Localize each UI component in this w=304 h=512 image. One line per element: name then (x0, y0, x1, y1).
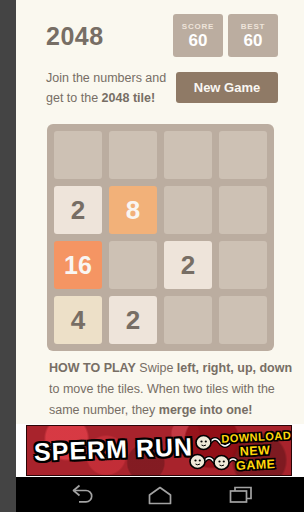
empty-cell (219, 186, 267, 234)
game-screen: 2048 SCORE 60 BEST 60 Join the numbers a… (16, 0, 304, 424)
back-icon (67, 484, 94, 505)
app-root: 2048 SCORE 60 BEST 60 Join the numbers a… (16, 0, 304, 512)
empty-cell (219, 241, 267, 289)
score-label: SCORE (182, 22, 214, 31)
tile-2: 2 (164, 241, 212, 289)
tile-8: 8 (109, 186, 157, 234)
empty-cell (219, 296, 267, 344)
empty-cell (109, 241, 157, 289)
empty-cell (164, 186, 212, 234)
score-value: 60 (189, 32, 208, 49)
score-box: SCORE 60 (173, 14, 223, 57)
board-grid[interactable]: 2816242 (47, 124, 274, 351)
scoreboard: SCORE 60 BEST 60 (173, 14, 278, 57)
ad-row: SPERM RUN (16, 424, 304, 477)
tile-16: 16 (54, 241, 102, 289)
ad-title: SPERM RUN (34, 432, 194, 467)
ad-download-cta[interactable]: DOWNLOAD NEW GAME (221, 428, 289, 473)
how-to-play-text: HOW TO PLAY Swipe left, right, up, down … (49, 358, 292, 421)
ad-banner[interactable]: SPERM RUN (26, 425, 292, 476)
new-game-button[interactable]: New Game (176, 72, 278, 103)
recents-button[interactable] (200, 477, 280, 512)
best-box: BEST 60 (228, 14, 278, 57)
empty-cell (109, 131, 157, 179)
home-button[interactable] (120, 477, 200, 512)
empty-cell (54, 131, 102, 179)
home-icon (146, 484, 174, 505)
android-nav-bar (16, 477, 304, 512)
empty-cell (219, 131, 267, 179)
best-value: 60 (244, 32, 263, 49)
empty-cell (164, 296, 212, 344)
empty-cell (164, 131, 212, 179)
recents-icon (227, 484, 254, 505)
page-title: 2048 (46, 22, 104, 51)
intro-text: Join the numbers and get to the 2048 til… (46, 68, 166, 108)
tile-2: 2 (109, 296, 157, 344)
tile-4: 4 (54, 296, 102, 344)
tile-2: 2 (54, 186, 102, 234)
best-label: BEST (241, 22, 266, 31)
back-button[interactable] (40, 477, 120, 512)
